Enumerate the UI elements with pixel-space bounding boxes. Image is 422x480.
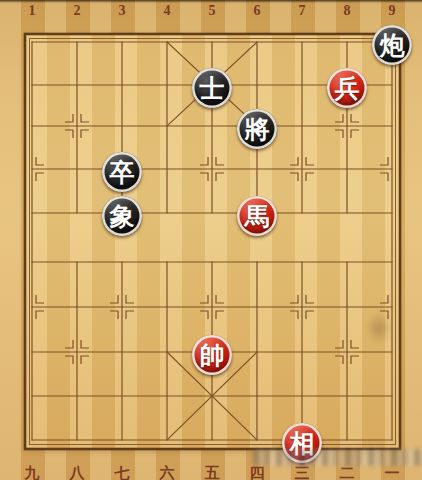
piece-black-general[interactable]: 將 <box>237 109 277 149</box>
black-soldier-glyph: 卒 <box>110 160 135 185</box>
red-horse-glyph: 馬 <box>245 204 270 229</box>
piece-red-general[interactable]: 帥 <box>192 335 232 375</box>
file-label-bottom-8: 二 <box>340 464 355 480</box>
file-label-bottom-2: 八 <box>70 464 85 480</box>
file-label-bottom-7: 三 <box>295 464 310 480</box>
piece-black-elephant[interactable]: 象 <box>102 196 142 236</box>
black-cannon-glyph: 炮 <box>380 33 405 58</box>
black-advisor-glyph: 士 <box>200 76 225 101</box>
file-label-top-2: 2 <box>74 3 81 19</box>
file-label-bottom-4: 六 <box>160 464 175 480</box>
file-label-bottom-1: 九 <box>25 464 40 480</box>
file-label-bottom-3: 七 <box>115 464 130 480</box>
red-general-glyph: 帥 <box>200 343 225 368</box>
file-label-top-6: 6 <box>254 3 261 19</box>
file-label-top-5: 5 <box>209 3 216 19</box>
file-label-top-9: 9 <box>389 3 396 19</box>
black-elephant-glyph: 象 <box>110 204 135 229</box>
file-label-bottom-6: 四 <box>250 464 265 480</box>
watermark-blur <box>253 449 422 466</box>
black-general-glyph: 將 <box>245 117 270 142</box>
board-smudge <box>366 312 392 344</box>
piece-red-horse[interactable]: 馬 <box>237 196 277 236</box>
file-label-bottom-9: 一 <box>385 464 400 480</box>
red-soldier-glyph: 兵 <box>335 76 360 101</box>
piece-black-soldier[interactable]: 卒 <box>102 152 142 192</box>
file-label-top-8: 8 <box>344 3 351 19</box>
piece-black-advisor[interactable]: 士 <box>192 68 232 108</box>
file-label-top-1: 1 <box>29 3 36 19</box>
file-label-bottom-5: 五 <box>205 464 220 480</box>
piece-red-soldier[interactable]: 兵 <box>327 68 367 108</box>
file-label-top-4: 4 <box>164 3 171 19</box>
piece-black-cannon[interactable]: 炮 <box>372 25 412 65</box>
file-label-top-7: 7 <box>299 3 306 19</box>
file-label-top-3: 3 <box>119 3 126 19</box>
xiangqi-board: 123456789 九八七六五四三二一 炮士兵將卒象馬帥相 <box>0 0 422 480</box>
